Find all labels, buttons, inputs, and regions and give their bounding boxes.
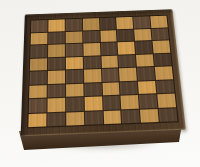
square-e2[interactable] xyxy=(103,96,121,110)
square-f6[interactable] xyxy=(118,42,135,55)
square-d6[interactable] xyxy=(83,43,100,56)
square-d8[interactable] xyxy=(82,18,99,30)
square-f3[interactable] xyxy=(120,81,138,94)
square-f4[interactable] xyxy=(119,68,137,81)
square-b7[interactable] xyxy=(48,32,64,44)
square-g1[interactable] xyxy=(140,108,159,122)
square-f7[interactable] xyxy=(117,29,134,41)
square-d7[interactable] xyxy=(83,30,100,42)
square-e3[interactable] xyxy=(102,82,120,95)
square-g5[interactable] xyxy=(136,54,154,67)
square-b5[interactable] xyxy=(48,57,65,70)
square-d3[interactable] xyxy=(84,83,102,97)
square-h3[interactable] xyxy=(156,80,174,93)
square-a6[interactable] xyxy=(30,45,47,58)
square-e8[interactable] xyxy=(100,18,117,30)
square-c6[interactable] xyxy=(66,44,83,57)
square-b2[interactable] xyxy=(47,98,65,112)
square-g6[interactable] xyxy=(135,41,152,53)
square-c5[interactable] xyxy=(66,56,83,69)
square-b8[interactable] xyxy=(48,19,64,31)
square-e5[interactable] xyxy=(101,55,118,68)
square-c4[interactable] xyxy=(66,70,83,83)
square-a5[interactable] xyxy=(30,58,47,71)
square-g8[interactable] xyxy=(133,16,150,28)
square-a1[interactable] xyxy=(28,113,46,127)
square-d4[interactable] xyxy=(84,69,101,82)
square-f8[interactable] xyxy=(117,17,134,29)
square-g4[interactable] xyxy=(137,67,155,80)
square-e6[interactable] xyxy=(100,42,117,55)
square-e7[interactable] xyxy=(100,30,117,42)
square-d5[interactable] xyxy=(83,56,100,69)
square-c1[interactable] xyxy=(66,111,84,125)
square-c7[interactable] xyxy=(66,31,83,43)
square-g3[interactable] xyxy=(138,80,156,93)
square-a3[interactable] xyxy=(29,85,47,99)
square-c3[interactable] xyxy=(66,83,83,97)
square-h6[interactable] xyxy=(153,40,171,52)
square-a8[interactable] xyxy=(31,20,47,32)
square-f5[interactable] xyxy=(119,55,136,68)
photo-scene xyxy=(0,0,200,167)
square-a7[interactable] xyxy=(31,32,48,44)
square-g2[interactable] xyxy=(139,94,157,108)
square-h1[interactable] xyxy=(159,108,178,122)
square-b6[interactable] xyxy=(48,44,65,57)
square-f1[interactable] xyxy=(122,109,140,123)
square-h8[interactable] xyxy=(150,16,167,28)
square-h4[interactable] xyxy=(155,66,173,79)
square-c8[interactable] xyxy=(65,19,81,31)
square-c2[interactable] xyxy=(66,97,84,111)
square-e1[interactable] xyxy=(103,110,121,124)
chessboard-grid xyxy=(28,16,177,127)
square-b1[interactable] xyxy=(47,112,65,126)
board-box-lid xyxy=(21,9,186,136)
square-b4[interactable] xyxy=(48,70,65,83)
square-h5[interactable] xyxy=(154,53,172,66)
square-a2[interactable] xyxy=(29,99,47,113)
square-f2[interactable] xyxy=(121,95,139,109)
square-d1[interactable] xyxy=(85,111,103,125)
square-b3[interactable] xyxy=(48,84,65,98)
square-d2[interactable] xyxy=(84,96,102,110)
square-e4[interactable] xyxy=(101,68,119,81)
square-g7[interactable] xyxy=(134,29,151,41)
square-h7[interactable] xyxy=(152,28,169,40)
square-a4[interactable] xyxy=(30,71,47,84)
square-h2[interactable] xyxy=(157,94,176,108)
